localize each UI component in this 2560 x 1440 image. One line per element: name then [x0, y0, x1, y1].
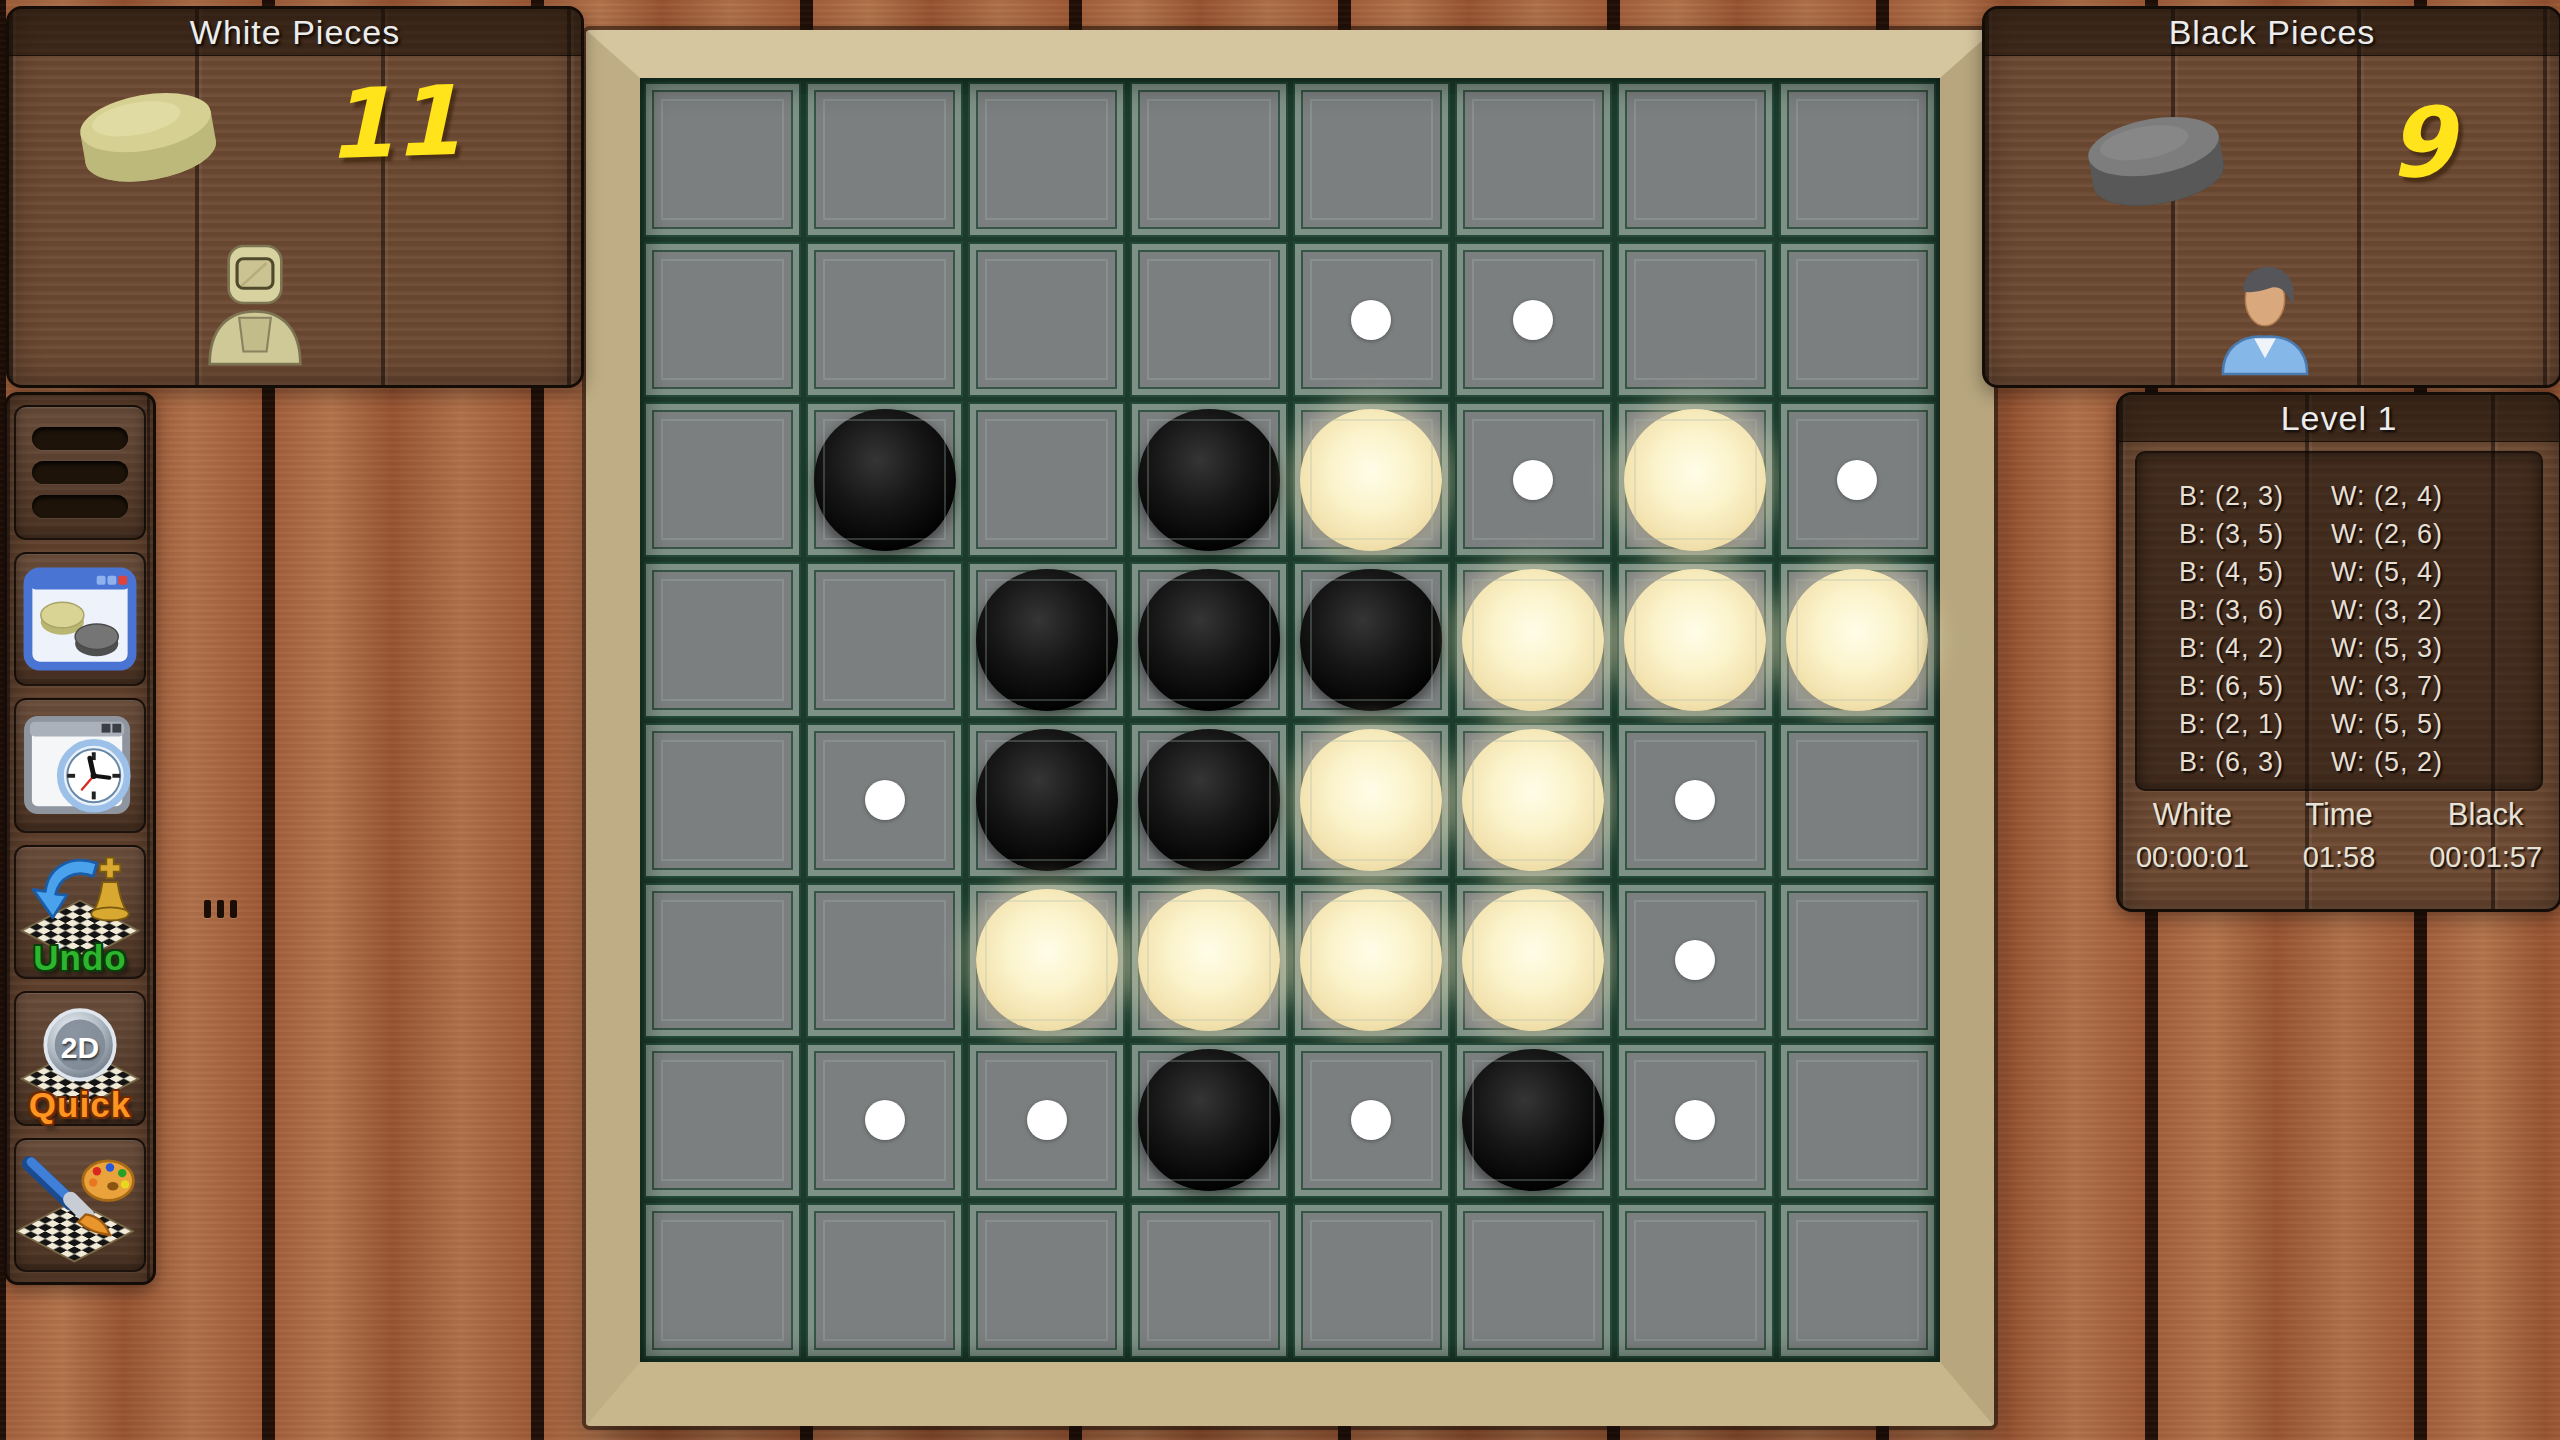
cell-r5-c4[interactable]: [1130, 723, 1287, 878]
human-avatar-icon: [2211, 249, 2319, 385]
cell-r7-c5[interactable]: [1293, 1043, 1450, 1198]
level-title: Level 1: [2281, 399, 2398, 438]
cell-r2-c1[interactable]: [644, 242, 801, 397]
white-disc: [1462, 569, 1604, 711]
cell-r7-c8[interactable]: [1779, 1043, 1936, 1198]
game-screen: White Pieces 11 Black Pieces 9: [0, 0, 2560, 1440]
black-disc: [1138, 729, 1280, 871]
white-disc: [1300, 729, 1442, 871]
move-row-3: B: (4, 5)W: (5, 4): [2179, 553, 2541, 591]
cell-r6-c1[interactable]: [644, 883, 801, 1038]
legal-move-dot: [865, 1100, 905, 1140]
cell-r5-c1[interactable]: [644, 723, 801, 878]
time-settings-button[interactable]: [14, 698, 146, 833]
cell-r7-c7[interactable]: [1617, 1043, 1774, 1198]
move-row-2: B: (3, 5)W: (2, 6): [2179, 515, 2541, 553]
legal-move-dot: [1513, 460, 1553, 500]
legal-move-dot: [865, 780, 905, 820]
cell-r8-c7[interactable]: [1617, 1203, 1774, 1358]
cell-r2-c3[interactable]: [968, 242, 1125, 397]
cell-r4-c5[interactable]: [1293, 562, 1450, 717]
cell-r6-c4[interactable]: [1130, 883, 1287, 1038]
legal-move-dot: [1351, 300, 1391, 340]
menu-button[interactable]: [14, 405, 146, 540]
black-disc: [976, 569, 1118, 711]
cell-r4-c3[interactable]: [968, 562, 1125, 717]
cell-r3-c8[interactable]: [1779, 402, 1936, 557]
cell-r1-c7[interactable]: [1617, 82, 1774, 237]
black-move: B: (3, 6): [2179, 591, 2331, 629]
cell-r3-c7[interactable]: [1617, 402, 1774, 557]
black-move: B: (4, 5): [2179, 553, 2331, 591]
black-move: B: (6, 5): [2179, 667, 2331, 705]
cell-r1-c5[interactable]: [1293, 82, 1450, 237]
clock-labels: White Time Black: [2119, 797, 2559, 833]
cell-r5-c8[interactable]: [1779, 723, 1936, 878]
legal-move-dot: [1675, 780, 1715, 820]
toolbar: Undo: [4, 392, 156, 1285]
black-move: B: (3, 5): [2179, 515, 2331, 553]
black-disc-icon: [2053, 76, 2256, 234]
quick-2d-button[interactable]: 2D Quick: [14, 991, 146, 1126]
cell-r2-c8[interactable]: [1779, 242, 1936, 397]
cell-r8-c6[interactable]: [1455, 1203, 1612, 1358]
black-disc: [814, 409, 956, 551]
undo-label: Undo: [16, 940, 144, 975]
move-list: B: (2, 3)W: (2, 4)B: (3, 5)W: (2, 6)B: (…: [2135, 451, 2543, 791]
black-move: B: (6, 3): [2179, 743, 2331, 781]
legal-move-dot: [1351, 1100, 1391, 1140]
move-row-7: B: (2, 1)W: (5, 5): [2179, 705, 2541, 743]
cell-r2-c2[interactable]: [806, 242, 963, 397]
move-row-5: B: (4, 2)W: (5, 3): [2179, 629, 2541, 667]
cell-r1-c8[interactable]: [1779, 82, 1936, 237]
black-panel-header: Black Pieces: [1985, 9, 2559, 56]
black-move: B: (2, 3): [2179, 477, 2331, 515]
white-disc: [1138, 889, 1280, 1031]
cell-r7-c2[interactable]: [806, 1043, 963, 1198]
cell-r2-c6[interactable]: [1455, 242, 1612, 397]
clock-window-icon: [21, 711, 139, 819]
move-row-8: B: (6, 3)W: (5, 2): [2179, 743, 2541, 781]
quick-label: Quick: [16, 1087, 144, 1122]
cell-r7-c6[interactable]: [1455, 1043, 1612, 1198]
black-disc: [1138, 409, 1280, 551]
cell-r3-c5[interactable]: [1293, 402, 1450, 557]
cell-r4-c8[interactable]: [1779, 562, 1936, 717]
cell-r1-c4[interactable]: [1130, 82, 1287, 237]
black-move: B: (4, 2): [2179, 629, 2331, 667]
cell-r1-c3[interactable]: [968, 82, 1125, 237]
cell-r8-c3[interactable]: [968, 1203, 1125, 1358]
cell-r8-c2[interactable]: [806, 1203, 963, 1358]
white-disc: [1462, 889, 1604, 1031]
cell-r5-c6[interactable]: [1455, 723, 1612, 878]
cell-r8-c4[interactable]: [1130, 1203, 1287, 1358]
white-disc: [1462, 729, 1604, 871]
white-clock-time: 00:00:01: [2119, 841, 2266, 874]
cell-r5-c5[interactable]: [1293, 723, 1450, 878]
white-move: W: (5, 2): [2331, 743, 2443, 781]
cell-r8-c5[interactable]: [1293, 1203, 1450, 1358]
othello-board: [586, 30, 1994, 1426]
toolbar-grip[interactable]: [204, 900, 237, 918]
cell-r5-c2[interactable]: [806, 723, 963, 878]
cell-r3-c2[interactable]: [806, 402, 963, 557]
move-row-4: B: (3, 6)W: (3, 2): [2179, 591, 2541, 629]
white-disc: [1624, 569, 1766, 711]
cell-r3-c3[interactable]: [968, 402, 1125, 557]
move-row-6: B: (6, 5)W: (3, 7): [2179, 667, 2541, 705]
black-clock-time: 00:01:57: [2412, 841, 2559, 874]
white-move: W: (5, 4): [2331, 553, 2443, 591]
cell-r4-c7[interactable]: [1617, 562, 1774, 717]
cell-r4-c4[interactable]: [1130, 562, 1287, 717]
robot-avatar-icon: [197, 227, 313, 379]
cell-r3-c4[interactable]: [1130, 402, 1287, 557]
paint-palette-icon: [16, 1145, 144, 1265]
time-clock-label: Time: [2266, 797, 2413, 833]
black-disc: [1138, 569, 1280, 711]
white-disc: [976, 889, 1118, 1031]
total-clock-time: 01:58: [2266, 841, 2413, 874]
cell-r3-c1[interactable]: [644, 402, 801, 557]
white-disc: [1300, 409, 1442, 551]
new-game-button[interactable]: [14, 552, 146, 687]
cell-r1-c6[interactable]: [1455, 82, 1612, 237]
white-move: W: (5, 5): [2331, 705, 2443, 743]
legal-move-dot: [1675, 1100, 1715, 1140]
cell-r5-c3[interactable]: [968, 723, 1125, 878]
black-count: 9: [2339, 92, 2502, 194]
cell-r3-c6[interactable]: [1455, 402, 1612, 557]
cell-r2-c7[interactable]: [1617, 242, 1774, 397]
white-move: W: (3, 7): [2331, 667, 2443, 705]
white-move: W: (2, 6): [2331, 515, 2443, 553]
cell-r8-c1[interactable]: [644, 1203, 801, 1358]
black-clock-label: Black: [2412, 797, 2559, 833]
cell-r6-c8[interactable]: [1779, 883, 1936, 1038]
cell-r6-c2[interactable]: [806, 883, 963, 1038]
legal-move-dot: [1027, 1100, 1067, 1140]
cell-r2-c5[interactable]: [1293, 242, 1450, 397]
cell-r4-c2[interactable]: [806, 562, 963, 717]
move-row-1: B: (2, 3)W: (2, 4): [2179, 477, 2541, 515]
cell-r7-c1[interactable]: [644, 1043, 801, 1198]
undo-button[interactable]: Undo: [14, 845, 146, 980]
cell-r6-c3[interactable]: [968, 883, 1125, 1038]
white-move: W: (3, 2): [2331, 591, 2443, 629]
cell-r7-c3[interactable]: [968, 1043, 1125, 1198]
cell-r5-c7[interactable]: [1617, 723, 1774, 878]
white-disc: [1786, 569, 1928, 711]
legal-move-dot: [1513, 300, 1553, 340]
white-move: W: (5, 3): [2331, 629, 2443, 667]
white-move: W: (2, 4): [2331, 477, 2443, 515]
black-pieces-panel: Black Pieces 9: [1982, 6, 2560, 388]
white-disc-icon: [45, 52, 248, 210]
white-count: 11: [311, 72, 474, 174]
cell-r7-c4[interactable]: [1130, 1043, 1287, 1198]
cell-r2-c4[interactable]: [1130, 242, 1287, 397]
pieces-window-icon: [21, 565, 139, 673]
cell-r1-c1[interactable]: [644, 82, 801, 237]
clock-times: 00:00:01 01:58 00:01:57: [2119, 841, 2559, 874]
white-panel-title: White Pieces: [190, 13, 400, 52]
black-move: B: (2, 1): [2179, 705, 2331, 743]
appearance-button[interactable]: [14, 1138, 146, 1273]
legal-move-dot: [1675, 940, 1715, 980]
cell-r6-c5[interactable]: [1293, 883, 1450, 1038]
cell-r4-c6[interactable]: [1455, 562, 1612, 717]
cell-r6-c6[interactable]: [1455, 883, 1612, 1038]
white-pieces-panel: White Pieces 11: [6, 6, 584, 388]
black-panel-title: Black Pieces: [2169, 13, 2376, 52]
cell-r4-c1[interactable]: [644, 562, 801, 717]
cell-r6-c7[interactable]: [1617, 883, 1774, 1038]
level-panel: Level 1 B: (2, 3)W: (2, 4)B: (3, 5)W: (2…: [2116, 392, 2560, 912]
black-disc: [1462, 1049, 1604, 1191]
black-disc: [976, 729, 1118, 871]
white-clock-label: White: [2119, 797, 2266, 833]
white-disc: [1624, 409, 1766, 551]
level-panel-header: Level 1: [2119, 395, 2559, 442]
white-panel-header: White Pieces: [9, 9, 581, 56]
white-disc: [1300, 889, 1442, 1031]
black-disc: [1138, 1049, 1280, 1191]
board-grid: [640, 78, 1940, 1362]
black-disc: [1300, 569, 1442, 711]
cell-r8-c8[interactable]: [1779, 1203, 1936, 1358]
menu-icon: [32, 427, 128, 518]
legal-move-dot: [1837, 460, 1877, 500]
cell-r1-c2[interactable]: [806, 82, 963, 237]
